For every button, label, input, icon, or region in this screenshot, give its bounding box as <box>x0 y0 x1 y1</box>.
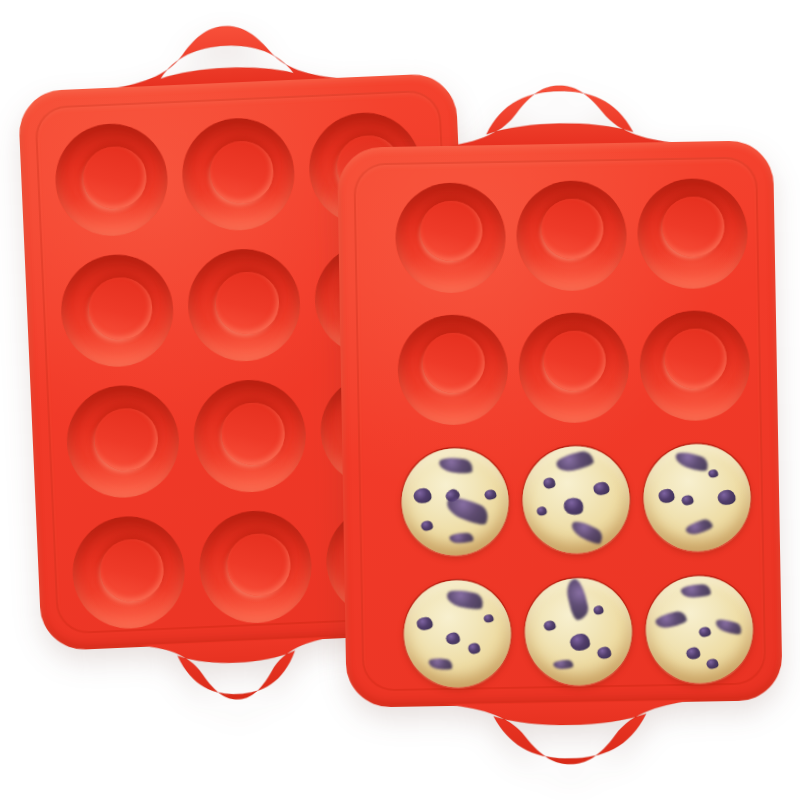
blueberry <box>544 478 556 488</box>
carry-handle-bottom-icon <box>136 636 339 707</box>
blueberry <box>438 455 474 475</box>
pan-cell <box>514 433 637 567</box>
muffin-cup <box>64 383 181 500</box>
blueberry <box>537 507 547 516</box>
muffin-cup <box>636 178 748 290</box>
blueberry <box>706 658 718 668</box>
muffin-cup <box>396 314 508 426</box>
muffin-cup <box>179 115 296 232</box>
front-muffin-pan <box>336 78 784 792</box>
pan-cell <box>395 567 518 701</box>
pan-cell <box>189 498 322 634</box>
blueberry <box>544 621 556 631</box>
blueberry <box>568 517 605 547</box>
blueberry <box>553 659 574 668</box>
pan-cell <box>630 167 753 301</box>
blueberry <box>443 492 491 528</box>
blueberry <box>686 647 700 659</box>
pan-cell <box>56 373 189 509</box>
muffin-cup <box>58 252 175 369</box>
blueberry <box>565 578 590 621</box>
pan-cell <box>509 169 632 303</box>
pan-cell <box>388 171 511 305</box>
front-pan-cup-grid <box>388 167 760 701</box>
muffin-cup <box>191 377 308 494</box>
blueberry <box>685 518 714 537</box>
blueberry <box>428 657 453 671</box>
blueberry <box>468 643 480 653</box>
blueberry <box>699 626 711 636</box>
blueberry <box>417 617 433 631</box>
blueberry <box>450 533 474 544</box>
pan-cell <box>177 236 310 372</box>
muffin-cup <box>515 180 627 292</box>
blueberry <box>717 489 735 505</box>
blueberry <box>658 489 674 503</box>
muffin-cup <box>70 514 187 631</box>
pan-cell <box>62 504 195 640</box>
blueberry <box>708 469 718 478</box>
pan-cell <box>183 367 316 503</box>
blueberry <box>484 614 494 623</box>
blueberry <box>446 632 460 644</box>
blueberry <box>413 488 431 504</box>
blueberry <box>681 584 712 598</box>
carry-handle-top-icon <box>434 80 685 148</box>
muffin-cup <box>53 121 170 238</box>
pan-cell <box>50 242 183 378</box>
pan-cell <box>635 431 758 565</box>
blueberry <box>594 606 604 615</box>
pan-cell <box>637 563 760 697</box>
carry-handle-bottom-icon <box>440 700 701 771</box>
blueberry <box>562 496 586 517</box>
muffin-cup <box>197 508 314 625</box>
muffin-cup <box>394 182 506 294</box>
blueberry <box>655 610 688 629</box>
pan-body <box>337 140 783 708</box>
product-photo-scene <box>0 0 800 800</box>
pan-cell <box>172 106 305 242</box>
pan-cell <box>45 111 178 247</box>
pan-cell <box>393 435 516 569</box>
blueberry <box>593 482 609 496</box>
muffin-cup <box>185 246 302 363</box>
pan-cell <box>391 303 514 437</box>
blueberry <box>673 449 710 474</box>
pan-cell <box>512 301 635 435</box>
pan-cell <box>633 299 756 433</box>
blueberry <box>421 521 433 531</box>
blueberry <box>445 587 485 612</box>
blueberry <box>485 490 497 500</box>
blueberry <box>570 634 590 651</box>
blueberry <box>714 617 744 637</box>
muffin-cup <box>638 310 750 422</box>
muffin-cup <box>517 312 629 424</box>
blueberry <box>597 647 611 659</box>
blueberry <box>682 495 694 505</box>
pan-cell <box>516 565 639 699</box>
blueberry <box>555 450 595 473</box>
